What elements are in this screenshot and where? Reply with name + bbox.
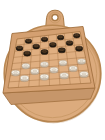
black-piece	[57, 35, 63, 39]
medal-photo	[0, 0, 105, 140]
white-piece	[22, 63, 30, 68]
black-piece	[66, 41, 73, 46]
white-piece	[50, 67, 58, 73]
white-piece	[41, 62, 49, 67]
black-piece	[25, 39, 31, 43]
white-piece	[80, 71, 88, 77]
checkers-medal	[0, 0, 105, 140]
white-piece	[12, 70, 20, 76]
loop-hole-icon	[52, 15, 58, 21]
white-piece	[60, 73, 68, 79]
white-piece	[69, 66, 77, 72]
white-piece	[20, 76, 28, 82]
black-piece	[76, 46, 83, 51]
white-piece	[59, 60, 67, 65]
black-piece	[58, 48, 65, 53]
black-piece	[16, 46, 23, 51]
checkers-board	[3, 27, 95, 105]
black-piece	[41, 50, 48, 55]
white-piece	[78, 59, 86, 64]
white-piece	[31, 69, 39, 75]
black-piece	[49, 42, 56, 47]
black-piece	[73, 34, 79, 38]
black-piece	[24, 51, 31, 56]
black-piece	[41, 37, 47, 41]
white-piece	[40, 74, 48, 80]
black-piece	[33, 44, 40, 49]
